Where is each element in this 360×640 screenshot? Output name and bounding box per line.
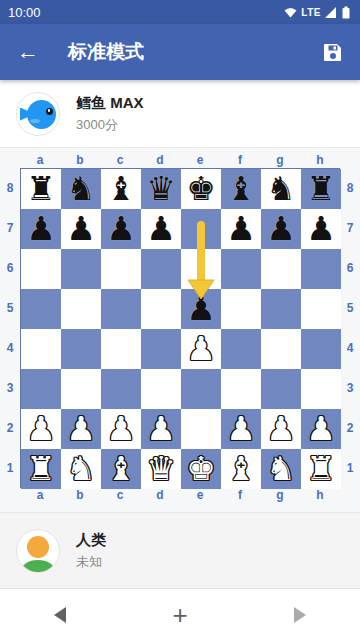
square-g1[interactable]: ♞ xyxy=(261,449,301,489)
square-c2[interactable]: ♟ xyxy=(101,409,141,449)
square-g8[interactable]: ♞ xyxy=(261,169,301,209)
triangle-right-icon xyxy=(294,607,306,623)
square-e7[interactable] xyxy=(181,209,221,249)
file-labels-top: abcdefgh xyxy=(0,153,360,168)
coordinate-label: c xyxy=(100,488,140,503)
square-d7[interactable]: ♟ xyxy=(141,209,181,249)
floppy-disk-icon xyxy=(322,41,344,63)
square-a2[interactable]: ♟ xyxy=(21,409,61,449)
square-d6[interactable] xyxy=(141,249,181,289)
next-move-button[interactable] xyxy=(270,595,330,635)
white-pawn: ♟ xyxy=(146,409,176,449)
coordinate-label: 7 xyxy=(0,208,20,248)
square-h1[interactable]: ♜ xyxy=(301,449,341,489)
black-pawn: ♟ xyxy=(66,209,96,249)
white-rook: ♜ xyxy=(26,449,56,489)
fish-fin xyxy=(30,119,40,123)
square-h8[interactable]: ♜ xyxy=(301,169,341,209)
coordinate-label: 7 xyxy=(340,208,360,248)
coordinate-label: 4 xyxy=(340,328,360,368)
black-pawn: ♟ xyxy=(146,209,176,249)
square-c7[interactable]: ♟ xyxy=(101,209,141,249)
coordinate-label: f xyxy=(220,153,260,168)
white-queen: ♛ xyxy=(146,449,176,489)
square-c1[interactable]: ♝ xyxy=(101,449,141,489)
square-g3[interactable] xyxy=(261,369,301,409)
square-h3[interactable] xyxy=(301,369,341,409)
square-f8[interactable]: ♝ xyxy=(221,169,261,209)
triangle-left-icon xyxy=(54,607,66,623)
status-bar: 10:00 LTE xyxy=(0,0,360,24)
white-knight: ♞ xyxy=(66,449,96,489)
coordinate-label: g xyxy=(260,488,300,503)
page-title: 标准模式 xyxy=(68,39,322,65)
player-rating: 未知 xyxy=(76,553,106,571)
square-c5[interactable] xyxy=(101,289,141,329)
coordinate-label: b xyxy=(60,153,100,168)
opponent-name: 鳕鱼 MAX xyxy=(76,94,144,113)
square-b4[interactable] xyxy=(61,329,101,369)
white-knight: ♞ xyxy=(266,449,296,489)
square-a6[interactable] xyxy=(21,249,61,289)
white-bishop: ♝ xyxy=(106,449,136,489)
rank-labels-left: 87654321 xyxy=(0,168,20,488)
move-nav-bar: + xyxy=(0,588,360,640)
coordinate-label: 2 xyxy=(0,408,20,448)
coordinate-label: a xyxy=(20,153,60,168)
white-pawn: ♟ xyxy=(186,329,216,369)
square-f1[interactable]: ♝ xyxy=(221,449,261,489)
square-g4[interactable] xyxy=(261,329,301,369)
coordinate-label: e xyxy=(180,153,220,168)
coordinate-label: 2 xyxy=(340,408,360,448)
app-bar: ← 标准模式 xyxy=(0,24,360,80)
white-pawn: ♟ xyxy=(266,409,296,449)
square-f2[interactable]: ♟ xyxy=(221,409,261,449)
coordinate-label: d xyxy=(140,488,180,503)
back-button[interactable]: ← xyxy=(16,40,40,64)
save-button[interactable] xyxy=(322,41,344,63)
square-e1[interactable]: ♚ xyxy=(181,449,221,489)
signal-icon xyxy=(325,7,336,18)
square-a7[interactable]: ♟ xyxy=(21,209,61,249)
square-d8[interactable]: ♛ xyxy=(141,169,181,209)
square-e3[interactable] xyxy=(181,369,221,409)
file-labels-bottom: abcdefgh xyxy=(0,488,360,503)
coordinate-label: c xyxy=(100,153,140,168)
coordinate-label: 4 xyxy=(0,328,20,368)
previous-move-button[interactable] xyxy=(30,595,90,635)
square-a8[interactable]: ♜ xyxy=(21,169,61,209)
add-button[interactable]: + xyxy=(150,595,210,635)
square-b3[interactable] xyxy=(61,369,101,409)
player-avatar-person xyxy=(16,529,60,573)
arrow-left-icon: ← xyxy=(17,39,39,64)
battery-icon xyxy=(340,6,352,19)
coordinate-label: f xyxy=(220,488,260,503)
square-e2[interactable] xyxy=(181,409,221,449)
coordinate-label: 3 xyxy=(0,368,20,408)
square-b6[interactable] xyxy=(61,249,101,289)
coordinate-label: b xyxy=(60,488,100,503)
opponent-rating: 3000分 xyxy=(76,116,144,134)
square-e8[interactable]: ♚ xyxy=(181,169,221,209)
coordinate-label: e xyxy=(180,488,220,503)
square-h5[interactable] xyxy=(301,289,341,329)
fish-eye xyxy=(46,108,53,115)
square-a1[interactable]: ♜ xyxy=(21,449,61,489)
black-knight: ♞ xyxy=(66,169,96,209)
square-c8[interactable]: ♝ xyxy=(101,169,141,209)
wifi-icon xyxy=(284,7,297,18)
square-b8[interactable]: ♞ xyxy=(61,169,101,209)
chess-board[interactable]: ♜♞♝♛♚♝♞♜♟♟♟♟♟♟♟♟♟♟♟♟♟♟♟♟♜♞♝♛♚♝♞♜ xyxy=(20,168,340,488)
coordinate-label: d xyxy=(140,153,180,168)
opponent-avatar-fish xyxy=(16,92,60,136)
black-bishop: ♝ xyxy=(106,169,136,209)
square-c6[interactable] xyxy=(101,249,141,289)
coordinate-label: g xyxy=(260,153,300,168)
square-h7[interactable]: ♟ xyxy=(301,209,341,249)
coordinate-label: 8 xyxy=(0,168,20,208)
black-bishop: ♝ xyxy=(226,169,256,209)
square-h6[interactable] xyxy=(301,249,341,289)
coordinate-label: 5 xyxy=(340,288,360,328)
black-pawn: ♟ xyxy=(226,209,256,249)
white-pawn: ♟ xyxy=(26,409,56,449)
black-rook: ♜ xyxy=(26,169,56,209)
coordinate-label: 5 xyxy=(0,288,20,328)
square-d4[interactable] xyxy=(141,329,181,369)
square-d1[interactable]: ♛ xyxy=(141,449,181,489)
square-a5[interactable] xyxy=(21,289,61,329)
square-a3[interactable] xyxy=(21,369,61,409)
white-bishop: ♝ xyxy=(226,449,256,489)
square-d2[interactable]: ♟ xyxy=(141,409,181,449)
opponent-card: 鳕鱼 MAX 3000分 xyxy=(0,80,360,148)
square-f3[interactable] xyxy=(221,369,261,409)
network-type-label: LTE xyxy=(301,7,321,18)
square-f7[interactable]: ♟ xyxy=(221,209,261,249)
black-pawn: ♟ xyxy=(306,209,336,249)
person-head xyxy=(27,536,49,558)
coordinate-label: a xyxy=(20,488,60,503)
black-pawn: ♟ xyxy=(186,289,216,329)
square-b7[interactable]: ♟ xyxy=(61,209,101,249)
coordinate-label: 6 xyxy=(340,248,360,288)
square-d5[interactable] xyxy=(141,289,181,329)
white-pawn: ♟ xyxy=(106,409,136,449)
player-name: 人类 xyxy=(76,531,106,550)
square-h2[interactable]: ♟ xyxy=(301,409,341,449)
square-g2[interactable]: ♟ xyxy=(261,409,301,449)
square-c4[interactable] xyxy=(101,329,141,369)
black-rook: ♜ xyxy=(306,169,336,209)
square-b1[interactable]: ♞ xyxy=(61,449,101,489)
coordinate-label: h xyxy=(300,153,340,168)
black-pawn: ♟ xyxy=(26,209,56,249)
black-pawn: ♟ xyxy=(266,209,296,249)
coordinate-label: 3 xyxy=(340,368,360,408)
rank-labels-right: 87654321 xyxy=(340,168,360,488)
person-shoulders xyxy=(21,560,55,573)
square-c3[interactable] xyxy=(101,369,141,409)
square-g5[interactable] xyxy=(261,289,301,329)
square-g6[interactable] xyxy=(261,249,301,289)
black-knight: ♞ xyxy=(266,169,296,209)
square-b2[interactable]: ♟ xyxy=(61,409,101,449)
square-f6[interactable] xyxy=(221,249,261,289)
square-g7[interactable]: ♟ xyxy=(261,209,301,249)
white-king: ♚ xyxy=(186,449,216,489)
white-pawn: ♟ xyxy=(306,409,336,449)
square-h4[interactable] xyxy=(301,329,341,369)
square-d3[interactable] xyxy=(141,369,181,409)
black-pawn: ♟ xyxy=(106,209,136,249)
clock: 10:00 xyxy=(8,5,41,20)
board-section: abcdefgh 87654321 ♜♞♝♛♚♝♞♜♟♟♟♟♟♟♟♟♟♟♟♟♟♟… xyxy=(0,148,360,512)
square-a4[interactable] xyxy=(21,329,61,369)
square-f5[interactable] xyxy=(221,289,261,329)
black-queen: ♛ xyxy=(146,169,176,209)
player-card: 人类 未知 xyxy=(0,512,360,588)
square-e5[interactable]: ♟ xyxy=(181,289,221,329)
square-b5[interactable] xyxy=(61,289,101,329)
coordinate-label: 6 xyxy=(0,248,20,288)
square-e4[interactable]: ♟ xyxy=(181,329,221,369)
coordinate-label: 1 xyxy=(0,448,20,488)
black-king: ♚ xyxy=(186,169,216,209)
coordinate-label: h xyxy=(300,488,340,503)
square-e6[interactable] xyxy=(181,249,221,289)
white-rook: ♜ xyxy=(306,449,336,489)
coordinate-label: 1 xyxy=(340,448,360,488)
square-f4[interactable] xyxy=(221,329,261,369)
white-pawn: ♟ xyxy=(226,409,256,449)
white-pawn: ♟ xyxy=(66,409,96,449)
coordinate-label: 8 xyxy=(340,168,360,208)
plus-icon: + xyxy=(172,602,187,628)
